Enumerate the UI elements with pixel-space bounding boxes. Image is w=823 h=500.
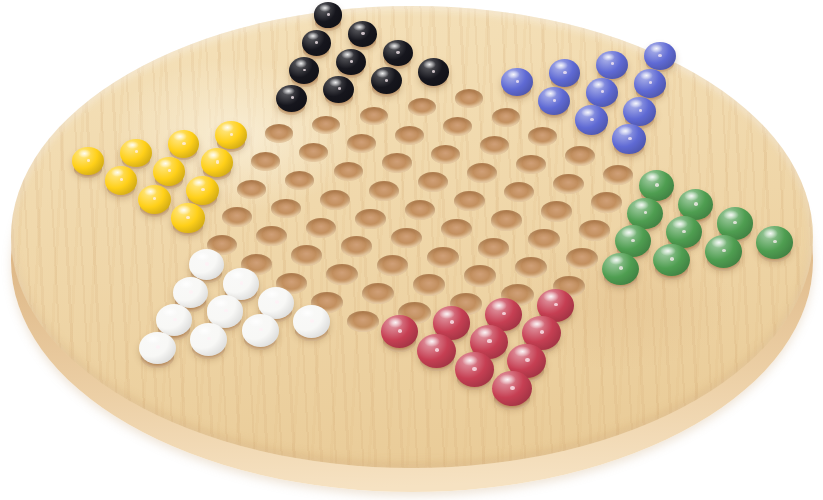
marble-blue[interactable] [644,42,676,70]
marble-shine-highlight [376,69,389,78]
board-hole[interactable] [491,210,522,231]
marble-reflection-dot [502,312,506,316]
marble-shine-highlight [78,149,91,158]
marble-yellow[interactable] [171,203,205,233]
marble-green[interactable] [602,253,639,286]
board-hole[interactable] [237,180,266,199]
marble-shine-highlight [144,187,158,196]
marble-green[interactable] [639,170,674,201]
marble-reflection-dot [350,60,353,63]
board-hole[interactable] [265,124,293,143]
marble-reflection-dot [510,386,514,390]
marble-reflection-dot [156,345,160,349]
board-hole[interactable] [391,228,422,249]
marble-shine-highlight [341,50,354,59]
marble-shine-highlight [111,168,125,177]
marble-yellow[interactable] [215,121,247,149]
marble-reflection-dot [658,54,661,57]
board-hole[interactable] [454,191,484,211]
marble-reflection-dot [773,240,777,244]
board-hole[interactable] [492,108,521,127]
marble-shine-highlight [660,246,676,256]
board-hole[interactable] [528,127,557,146]
marble-reflection-dot [432,70,435,73]
board-hole[interactable] [478,238,510,259]
marble-reflection-dot [310,319,314,323]
marble-shine-highlight [388,42,401,51]
marble-shine-highlight [248,316,264,326]
board-hole[interactable] [377,255,409,276]
board-hole[interactable] [480,136,509,155]
marble-reflection-dot [540,330,544,334]
marble-blue[interactable] [575,105,608,134]
marble-red[interactable] [417,334,455,368]
marble-reflection-dot [631,239,635,243]
marble-reflection-dot [644,211,648,214]
marble-reflection-dot [396,51,399,54]
marble-reflection-dot [230,133,233,136]
marble-shine-highlight [529,319,545,330]
marble-shine-highlight [544,89,558,98]
marble-shine-highlight [307,32,319,40]
marble-reflection-dot [315,41,318,44]
board-hole[interactable] [395,126,424,145]
marble-blue[interactable] [596,51,628,79]
board-hole[interactable] [553,174,583,194]
marble-reflection-dot [361,32,364,35]
marble-reflection-dot [554,303,558,307]
marble-shine-highlight [645,172,660,182]
marble-shine-highlight [554,61,567,70]
marble-shine-highlight [581,108,595,117]
marble-reflection-dot [722,249,726,253]
board-hole[interactable] [334,162,363,181]
board-hole[interactable] [312,116,340,135]
board-hole[interactable] [528,229,560,250]
marble-blue[interactable] [538,87,570,116]
board-hole[interactable] [251,152,280,171]
board-hole[interactable] [467,163,497,183]
marble-yellow[interactable] [138,185,171,214]
board-hole[interactable] [408,98,436,117]
marble-yellow[interactable] [186,176,219,205]
board-hole[interactable] [285,171,314,190]
marble-reflection-dot [303,69,306,72]
marble-white[interactable] [139,332,176,365]
board-hole[interactable] [413,274,445,295]
marble-reflection-dot [120,178,124,181]
board-hole[interactable] [271,199,301,219]
marble-shine-highlight [634,200,649,210]
marble-green[interactable] [756,226,793,259]
board-hole[interactable] [405,200,435,220]
marble-white[interactable] [293,305,330,338]
marble-reflection-dot [639,109,643,112]
marble-red[interactable] [492,371,532,406]
marble-yellow[interactable] [168,130,200,158]
marble-reflection-dot [398,329,402,333]
marble-reflection-dot [327,13,330,16]
marble-reflection-dot [87,159,90,162]
board-hole[interactable] [347,134,376,153]
marble-reflection-dot [628,137,632,140]
marble-shine-highlight [439,309,455,320]
marble-shine-highlight [162,307,177,317]
marble-shine-highlight [609,255,625,265]
board-hole[interactable] [591,192,622,213]
marble-reflection-dot [186,216,190,219]
marble-shine-highlight [621,227,636,237]
marble-shine-highlight [177,205,191,215]
board-hole[interactable] [306,218,336,238]
board-holes-layer [0,0,823,500]
marble-reflection-dot [189,290,193,293]
marble-reflection-dot [168,169,172,172]
marble-black[interactable] [302,30,332,56]
marble-reflection-dot [291,96,294,99]
marble-black[interactable] [418,58,449,85]
marble-shine-highlight [499,374,516,385]
marble-reflection-dot [240,281,244,284]
marble-shine-highlight [300,308,316,318]
chinese-checkers-scene [0,0,823,500]
marble-white[interactable] [242,314,279,347]
marble-reflection-dot [682,230,686,234]
marble-yellow[interactable] [105,166,137,195]
marble-black[interactable] [314,2,343,28]
board-hole[interactable] [603,165,633,185]
marble-reflection-dot [182,142,185,145]
board-hole[interactable] [256,226,286,246]
marble-reflection-dot [201,188,205,191]
marble-shine-highlight [173,132,186,141]
marble-reflection-dot [259,328,263,332]
marble-shine-highlight [264,289,279,299]
marble-shine-highlight [763,228,779,238]
marble-reflection-dot [385,79,388,82]
board-hole[interactable] [516,155,546,175]
marble-shine-highlight [221,123,234,132]
marble-shine-highlight [207,150,221,159]
marble-shine-highlight [602,53,615,62]
marble-reflection-dot [135,150,138,153]
marble-black[interactable] [383,40,413,67]
marble-shine-highlight [295,59,308,68]
board-hole[interactable] [362,283,394,304]
marble-reflection-dot [173,318,177,322]
marble-shine-highlight [650,44,663,53]
marble-shine-highlight [684,191,699,201]
marble-reflection-dot [619,266,623,270]
board-hole[interactable] [441,219,472,240]
marble-reflection-dot [733,221,737,225]
marble-shine-highlight [423,60,436,69]
board-hole[interactable] [418,172,448,192]
board-hole[interactable] [566,248,598,269]
marble-black[interactable] [276,85,307,112]
marble-shine-highlight [159,159,173,168]
marble-shine-highlight [491,300,507,311]
marble-reflection-dot [207,337,211,341]
board-hole[interactable] [347,311,380,333]
marble-reflection-dot [153,197,157,200]
board-hole[interactable] [443,117,472,136]
marble-reflection-dot [275,300,279,304]
marble-reflection-dot [450,320,454,324]
marble-black[interactable] [371,67,402,94]
marble-white[interactable] [190,323,227,356]
marble-reflection-dot [553,99,557,102]
marble-shine-highlight [230,270,245,280]
marble-shine-highlight [319,4,331,12]
marble-reflection-dot [487,339,491,343]
board-hole[interactable] [427,247,459,268]
marble-shine-highlight [618,126,632,136]
board-hole[interactable] [455,89,483,108]
marble-reflection-dot [205,262,209,265]
board-hole[interactable] [431,145,460,164]
board-hole[interactable] [320,190,350,210]
board-hole[interactable] [369,181,399,201]
marble-reflection-dot [649,81,653,84]
marble-shine-highlight [195,252,210,262]
marble-shine-highlight [282,87,295,96]
board-hole[interactable] [299,143,328,162]
marble-blue[interactable] [501,68,533,96]
board-hole[interactable] [464,265,496,286]
board-hole[interactable] [565,146,595,166]
marble-reflection-dot [611,62,614,65]
marble-shine-highlight [543,291,559,302]
marble-shine-highlight [672,219,687,229]
marble-reflection-dot [694,202,698,205]
marble-green[interactable] [705,235,742,268]
marble-red[interactable] [455,352,494,387]
marble-blue[interactable] [634,69,666,98]
board-hole[interactable] [341,236,372,257]
marble-reflection-dot [472,367,476,371]
board-hole[interactable] [222,207,252,227]
marble-reflection-dot [590,118,594,121]
marble-shine-highlight [711,237,727,247]
marble-reflection-dot [516,80,519,83]
marble-shine-highlight [592,80,606,89]
marble-reflection-dot [563,71,566,74]
marble-shine-highlight [126,141,139,150]
marble-reflection-dot [601,90,605,93]
marble-shine-highlight [388,317,404,328]
marble-shine-highlight [514,346,530,357]
marble-reflection-dot [525,358,529,362]
marble-shine-highlight [179,279,194,289]
marble-shine-highlight [197,325,213,335]
marble-blue[interactable] [612,124,646,154]
marble-reflection-dot [435,348,439,352]
marble-shine-highlight [640,71,654,80]
marble-reflection-dot [216,160,220,163]
board-hole[interactable] [291,245,322,266]
board-hole[interactable] [541,201,572,222]
marble-reflection-dot [655,183,659,186]
board-hole[interactable] [355,209,385,229]
marble-blue[interactable] [586,78,618,107]
marble-shine-highlight [329,78,342,87]
marble-yellow[interactable] [153,157,185,186]
board-hole[interactable] [504,182,534,202]
marble-yellow[interactable] [201,148,233,177]
marble-shine-highlight [213,298,228,308]
board-hole[interactable] [579,220,611,241]
marble-shine-highlight [507,70,520,79]
board-hole[interactable] [515,257,547,278]
marble-blue[interactable] [623,97,656,126]
marble-reflection-dot [670,257,674,261]
marble-reflection-dot [338,87,341,90]
marble-shine-highlight [723,210,738,220]
marble-shine-highlight [629,99,643,108]
marble-shine-highlight [477,327,493,338]
marble-shine-highlight [424,336,440,347]
marble-shine-highlight [145,334,161,344]
marble-black[interactable] [336,49,366,76]
marble-shine-highlight [353,23,365,31]
board-hole[interactable] [360,107,388,126]
board-hole[interactable] [326,264,358,285]
marble-white[interactable] [189,249,224,280]
marble-yellow[interactable] [120,139,152,167]
marble-shine-highlight [192,178,206,187]
marble-shine-highlight [462,355,478,366]
board-hole[interactable] [382,153,411,172]
marble-reflection-dot [224,309,228,313]
